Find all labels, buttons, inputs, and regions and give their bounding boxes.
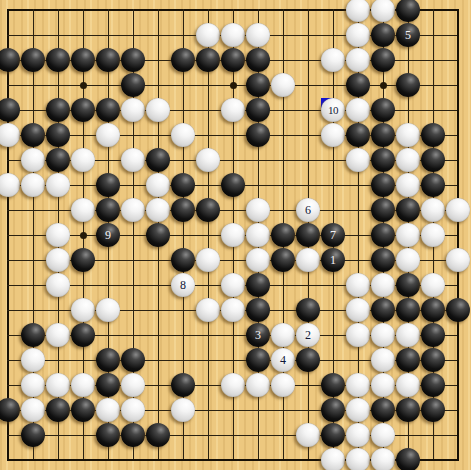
stone-white[interactable] [446, 248, 470, 272]
stone-black[interactable] [371, 98, 395, 122]
stone-white[interactable] [71, 198, 95, 222]
stone-black[interactable] [296, 223, 320, 247]
stone-black[interactable] [71, 248, 95, 272]
stone-white[interactable] [396, 148, 420, 172]
stone-white[interactable] [321, 448, 345, 470]
stone-white[interactable]: 8 [171, 273, 195, 297]
stone-black[interactable] [96, 173, 120, 197]
stone-white[interactable] [196, 148, 220, 172]
stone-white[interactable] [121, 398, 145, 422]
stone-black[interactable] [396, 198, 420, 222]
stone-white[interactable] [371, 448, 395, 470]
stone-black[interactable] [246, 348, 270, 372]
stone-black[interactable] [321, 423, 345, 447]
stone-black[interactable] [446, 298, 470, 322]
stone-black[interactable] [0, 48, 20, 72]
stone-white[interactable] [271, 373, 295, 397]
stone-white[interactable] [396, 123, 420, 147]
stone-white[interactable] [21, 348, 45, 372]
stone-white[interactable] [196, 23, 220, 47]
stone-white[interactable] [371, 273, 395, 297]
stone-white[interactable] [71, 298, 95, 322]
stone-white[interactable] [121, 373, 145, 397]
stone-black[interactable] [396, 448, 420, 470]
stone-white[interactable] [46, 373, 70, 397]
stone-black[interactable] [196, 198, 220, 222]
stone-black[interactable] [371, 223, 395, 247]
screenshot-root: 51069718324 [0, 0, 471, 470]
stone-white[interactable] [21, 173, 45, 197]
stone-black[interactable] [121, 423, 145, 447]
stone-white[interactable] [346, 148, 370, 172]
stone-black[interactable] [321, 398, 345, 422]
stone-black[interactable]: 5 [396, 23, 420, 47]
stone-black[interactable] [421, 348, 445, 372]
stone-black[interactable] [421, 323, 445, 347]
stone-black[interactable] [121, 48, 145, 72]
stone-black[interactable] [396, 298, 420, 322]
stone-white[interactable] [121, 98, 145, 122]
stone-black[interactable] [21, 48, 45, 72]
move-number-label: 9 [105, 229, 111, 241]
stone-white[interactable] [246, 198, 270, 222]
stone-black[interactable] [396, 73, 420, 97]
stone-white[interactable] [321, 48, 345, 72]
stone-white[interactable] [346, 398, 370, 422]
stone-white[interactable] [371, 373, 395, 397]
stone-white[interactable] [271, 323, 295, 347]
stone-white[interactable] [371, 348, 395, 372]
stone-black[interactable] [246, 273, 270, 297]
stone-white[interactable] [371, 323, 395, 347]
stone-white[interactable] [246, 23, 270, 47]
stone-black[interactable] [96, 348, 120, 372]
stone-black[interactable] [371, 198, 395, 222]
stone-white[interactable] [0, 123, 20, 147]
star-point [230, 82, 237, 89]
stone-white[interactable] [271, 73, 295, 97]
stone-black[interactable] [21, 123, 45, 147]
stone-white[interactable] [96, 123, 120, 147]
stone-white[interactable] [346, 48, 370, 72]
stone-black[interactable] [246, 298, 270, 322]
stone-white[interactable] [46, 173, 70, 197]
stone-white[interactable] [21, 398, 45, 422]
stone-black[interactable] [321, 373, 345, 397]
stone-black[interactable] [396, 348, 420, 372]
move-number-label: 4 [280, 354, 286, 366]
stone-white[interactable] [396, 223, 420, 247]
stone-black[interactable] [21, 323, 45, 347]
stone-black[interactable] [96, 423, 120, 447]
stone-white[interactable] [196, 248, 220, 272]
stone-white[interactable] [46, 273, 70, 297]
stone-black[interactable] [421, 373, 445, 397]
stone-white[interactable] [171, 398, 195, 422]
stone-white[interactable] [396, 248, 420, 272]
move-number-label: 5 [405, 29, 411, 41]
stone-black[interactable] [46, 148, 70, 172]
stone-black[interactable] [46, 98, 70, 122]
move-number-label: 8 [180, 279, 186, 291]
stone-white[interactable]: 2 [296, 323, 320, 347]
stone-black[interactable] [121, 73, 145, 97]
stone-black[interactable] [371, 248, 395, 272]
stone-white[interactable] [96, 298, 120, 322]
stone-black[interactable] [246, 73, 270, 97]
stone-black[interactable] [71, 398, 95, 422]
stone-white[interactable] [371, 423, 395, 447]
stone-black[interactable] [371, 48, 395, 72]
stone-black[interactable] [396, 273, 420, 297]
stone-white[interactable] [396, 173, 420, 197]
stone-black[interactable] [346, 73, 370, 97]
stone-white[interactable] [346, 98, 370, 122]
stone-black[interactable] [371, 148, 395, 172]
stone-black[interactable] [71, 48, 95, 72]
stone-white[interactable] [221, 98, 245, 122]
move-number-label: 10 [328, 105, 338, 116]
stone-black[interactable] [171, 48, 195, 72]
stone-white[interactable] [421, 198, 445, 222]
stone-white[interactable] [221, 373, 245, 397]
stone-white[interactable] [146, 98, 170, 122]
stone-black[interactable] [171, 248, 195, 272]
stone-white[interactable] [346, 448, 370, 470]
stone-black[interactable] [371, 398, 395, 422]
move-number-label: 1 [330, 254, 336, 266]
stone-white[interactable] [346, 298, 370, 322]
stone-black[interactable] [221, 173, 245, 197]
star-point [80, 232, 87, 239]
stone-black[interactable] [96, 48, 120, 72]
stone-black[interactable] [71, 323, 95, 347]
stone-black[interactable] [46, 48, 70, 72]
stone-white[interactable]: 6 [296, 198, 320, 222]
stone-white[interactable] [46, 323, 70, 347]
stone-black[interactable] [0, 398, 20, 422]
move-number-label: 7 [330, 229, 336, 241]
stone-black[interactable] [96, 98, 120, 122]
stone-black[interactable] [421, 298, 445, 322]
stone-black[interactable] [171, 173, 195, 197]
stone-white[interactable] [396, 373, 420, 397]
star-point [380, 82, 387, 89]
stone-white[interactable] [196, 298, 220, 322]
stone-white[interactable] [346, 23, 370, 47]
stone-black[interactable]: 9 [96, 223, 120, 247]
stone-black[interactable] [146, 223, 170, 247]
stone-white[interactable] [96, 398, 120, 422]
stone-black[interactable]: 1 [321, 248, 345, 272]
stone-black[interactable] [396, 0, 420, 22]
stone-white[interactable] [21, 373, 45, 397]
stone-black[interactable] [146, 423, 170, 447]
stone-black[interactable] [171, 373, 195, 397]
stone-black[interactable] [371, 123, 395, 147]
stone-white[interactable]: 4 [271, 348, 295, 372]
move-number-label: 6 [305, 204, 311, 216]
stone-white[interactable]: 10 [321, 98, 345, 122]
grid-line-vertical [457, 9, 459, 461]
stone-white[interactable] [421, 273, 445, 297]
move-number-label: 3 [255, 329, 261, 341]
stone-black[interactable] [421, 173, 445, 197]
stone-black[interactable] [121, 348, 145, 372]
stone-black[interactable] [171, 198, 195, 222]
stone-black[interactable] [371, 298, 395, 322]
stone-black[interactable] [421, 398, 445, 422]
stone-white[interactable] [121, 148, 145, 172]
stone-black[interactable] [246, 98, 270, 122]
stone-black[interactable] [296, 348, 320, 372]
stone-white[interactable] [296, 423, 320, 447]
stone-white[interactable] [246, 373, 270, 397]
stone-white[interactable] [246, 223, 270, 247]
stone-white[interactable] [421, 223, 445, 247]
stone-white[interactable] [346, 373, 370, 397]
stone-black[interactable] [421, 123, 445, 147]
stone-black[interactable] [196, 48, 220, 72]
stone-black[interactable] [71, 98, 95, 122]
stone-black[interactable] [146, 148, 170, 172]
stone-white[interactable] [71, 373, 95, 397]
stone-black[interactable] [246, 123, 270, 147]
stone-black[interactable] [371, 173, 395, 197]
stone-white[interactable] [396, 323, 420, 347]
stone-black[interactable] [346, 123, 370, 147]
stone-black[interactable] [271, 248, 295, 272]
stone-white[interactable] [46, 223, 70, 247]
stone-black[interactable]: 3 [246, 323, 270, 347]
stone-black[interactable] [46, 398, 70, 422]
stone-white[interactable] [446, 198, 470, 222]
stone-black[interactable] [0, 98, 20, 122]
stone-white[interactable] [371, 0, 395, 22]
stone-white[interactable] [146, 198, 170, 222]
go-board[interactable]: 51069718324 [0, 0, 471, 470]
stone-white[interactable] [146, 173, 170, 197]
stone-white[interactable] [221, 298, 245, 322]
stone-black[interactable] [96, 373, 120, 397]
stone-black[interactable] [271, 223, 295, 247]
stone-black[interactable] [421, 148, 445, 172]
stone-white[interactable] [346, 323, 370, 347]
stone-white[interactable] [221, 23, 245, 47]
stone-white[interactable] [221, 273, 245, 297]
star-point [80, 82, 87, 89]
stone-black[interactable] [221, 48, 245, 72]
stone-white[interactable] [346, 273, 370, 297]
stone-black[interactable] [246, 48, 270, 72]
stone-white[interactable] [171, 123, 195, 147]
stone-white[interactable] [296, 248, 320, 272]
stone-white[interactable] [221, 223, 245, 247]
stone-black[interactable] [21, 423, 45, 447]
move-number-label: 2 [305, 329, 311, 341]
stone-white[interactable] [71, 148, 95, 172]
stone-white[interactable] [46, 248, 70, 272]
stone-white[interactable] [346, 0, 370, 22]
stone-black[interactable] [96, 198, 120, 222]
stone-white[interactable] [21, 148, 45, 172]
stone-white[interactable] [346, 423, 370, 447]
stone-black[interactable] [396, 398, 420, 422]
stone-black[interactable] [371, 23, 395, 47]
stone-white[interactable] [246, 248, 270, 272]
stone-black[interactable]: 7 [321, 223, 345, 247]
stone-white[interactable] [121, 198, 145, 222]
stone-black[interactable] [296, 298, 320, 322]
stone-white[interactable] [0, 173, 20, 197]
stone-black[interactable] [46, 123, 70, 147]
stone-white[interactable] [321, 123, 345, 147]
